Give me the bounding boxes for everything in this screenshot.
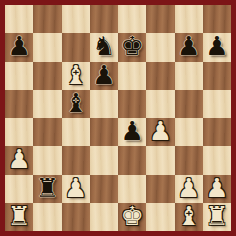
square-c2[interactable]: ♟: [62, 175, 90, 203]
square-h4[interactable]: [203, 118, 231, 146]
square-e3[interactable]: [118, 146, 146, 174]
piece-black-N-d7[interactable]: ♞: [92, 33, 115, 59]
square-g1[interactable]: ♝: [175, 203, 203, 231]
chess-board: ♟♞♚♟♟♝♟♝♟♟♟♜♟♟♟♜♚♝♜: [5, 5, 231, 231]
square-h8[interactable]: [203, 5, 231, 33]
square-g5[interactable]: [175, 90, 203, 118]
square-f6[interactable]: [146, 62, 174, 90]
square-f3[interactable]: [146, 146, 174, 174]
piece-white-R-h1[interactable]: ♜: [205, 203, 228, 229]
square-d7[interactable]: ♞: [90, 33, 118, 61]
square-f4[interactable]: ♟: [146, 118, 174, 146]
square-a5[interactable]: [5, 90, 33, 118]
square-d6[interactable]: ♟: [90, 62, 118, 90]
piece-black-K-e7[interactable]: ♚: [120, 33, 143, 59]
piece-black-P-d6[interactable]: ♟: [92, 62, 115, 88]
square-b4[interactable]: [33, 118, 61, 146]
square-e5[interactable]: [118, 90, 146, 118]
square-c5[interactable]: ♝: [62, 90, 90, 118]
square-h1[interactable]: ♜: [203, 203, 231, 231]
square-h5[interactable]: [203, 90, 231, 118]
piece-white-P-h2[interactable]: ♟: [205, 175, 228, 201]
square-b2[interactable]: ♜: [33, 175, 61, 203]
square-f2[interactable]: [146, 175, 174, 203]
square-a2[interactable]: [5, 175, 33, 203]
piece-white-P-a3[interactable]: ♟: [7, 146, 30, 172]
square-g6[interactable]: [175, 62, 203, 90]
square-g3[interactable]: [175, 146, 203, 174]
square-d4[interactable]: [90, 118, 118, 146]
chess-board-frame: ♟♞♚♟♟♝♟♝♟♟♟♜♟♟♟♜♚♝♜: [0, 0, 236, 236]
square-e8[interactable]: [118, 5, 146, 33]
piece-white-R-a1[interactable]: ♜: [7, 203, 30, 229]
square-b3[interactable]: [33, 146, 61, 174]
piece-black-P-e4[interactable]: ♟: [120, 118, 143, 144]
square-d1[interactable]: [90, 203, 118, 231]
square-g7[interactable]: ♟: [175, 33, 203, 61]
square-f8[interactable]: [146, 5, 174, 33]
square-b8[interactable]: [33, 5, 61, 33]
square-a4[interactable]: [5, 118, 33, 146]
square-f1[interactable]: [146, 203, 174, 231]
square-a7[interactable]: ♟: [5, 33, 33, 61]
piece-black-P-h7[interactable]: ♟: [205, 33, 228, 59]
square-h2[interactable]: ♟: [203, 175, 231, 203]
square-e1[interactable]: ♚: [118, 203, 146, 231]
square-h7[interactable]: ♟: [203, 33, 231, 61]
square-b1[interactable]: [33, 203, 61, 231]
square-a8[interactable]: [5, 5, 33, 33]
square-e7[interactable]: ♚: [118, 33, 146, 61]
square-g2[interactable]: ♟: [175, 175, 203, 203]
square-c3[interactable]: [62, 146, 90, 174]
square-c8[interactable]: [62, 5, 90, 33]
square-c6[interactable]: ♝: [62, 62, 90, 90]
square-c7[interactable]: [62, 33, 90, 61]
piece-black-P-g7[interactable]: ♟: [177, 33, 200, 59]
square-e2[interactable]: [118, 175, 146, 203]
piece-black-B-c5[interactable]: ♝: [64, 90, 87, 116]
piece-white-P-c2[interactable]: ♟: [64, 175, 87, 201]
square-b6[interactable]: [33, 62, 61, 90]
square-f7[interactable]: [146, 33, 174, 61]
square-h3[interactable]: [203, 146, 231, 174]
square-a1[interactable]: ♜: [5, 203, 33, 231]
square-d8[interactable]: [90, 5, 118, 33]
square-d5[interactable]: [90, 90, 118, 118]
square-d2[interactable]: [90, 175, 118, 203]
square-f5[interactable]: [146, 90, 174, 118]
piece-black-P-a7[interactable]: ♟: [7, 33, 30, 59]
piece-white-P-f4[interactable]: ♟: [149, 118, 172, 144]
square-b5[interactable]: [33, 90, 61, 118]
piece-white-K-e1[interactable]: ♚: [120, 203, 143, 229]
square-a3[interactable]: ♟: [5, 146, 33, 174]
piece-black-R-b2[interactable]: ♜: [36, 175, 59, 201]
square-h6[interactable]: [203, 62, 231, 90]
square-c1[interactable]: [62, 203, 90, 231]
square-g4[interactable]: [175, 118, 203, 146]
square-a6[interactable]: [5, 62, 33, 90]
piece-white-B-g1[interactable]: ♝: [177, 203, 200, 229]
square-b7[interactable]: [33, 33, 61, 61]
square-e6[interactable]: [118, 62, 146, 90]
square-d3[interactable]: [90, 146, 118, 174]
square-e4[interactable]: ♟: [118, 118, 146, 146]
square-g8[interactable]: [175, 5, 203, 33]
piece-white-P-g2[interactable]: ♟: [177, 175, 200, 201]
piece-white-B-c6[interactable]: ♝: [64, 62, 87, 88]
square-c4[interactable]: [62, 118, 90, 146]
